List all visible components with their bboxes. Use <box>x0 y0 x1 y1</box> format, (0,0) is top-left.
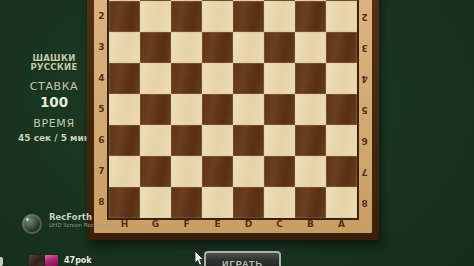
square-c2[interactable] <box>264 1 295 32</box>
square-a4[interactable] <box>326 63 357 94</box>
square-g6[interactable] <box>140 125 171 156</box>
square-f4[interactable] <box>171 63 202 94</box>
square-a2[interactable] <box>326 1 357 32</box>
square-b4[interactable] <box>295 63 326 94</box>
square-c3[interactable] <box>264 32 295 63</box>
username-label: 47pok <box>64 256 92 265</box>
square-b8[interactable] <box>295 187 326 218</box>
square-b3[interactable] <box>295 32 326 63</box>
rank-label-left-2: 2 <box>94 1 109 32</box>
square-h7[interactable] <box>109 156 140 187</box>
square-e8[interactable] <box>202 187 233 218</box>
recorder-lens-icon <box>22 214 42 234</box>
square-a6[interactable] <box>326 125 357 156</box>
square-b7[interactable] <box>295 156 326 187</box>
cutoff-ui-sliver <box>0 257 3 266</box>
rank-label-right-3: 3 <box>357 32 372 63</box>
mouse-cursor-icon <box>194 251 206 266</box>
rank-label-left-7: 7 <box>94 156 109 187</box>
file-label-bottom-f: F <box>171 218 202 231</box>
square-h6[interactable] <box>109 125 140 156</box>
square-d6[interactable] <box>233 125 264 156</box>
file-label-bottom-a: A <box>326 218 357 231</box>
square-d7[interactable] <box>233 156 264 187</box>
file-label-bottom-b: B <box>295 218 326 231</box>
square-b2[interactable] <box>295 1 326 32</box>
avatar-thumbnail-2[interactable] <box>45 255 58 266</box>
square-e7[interactable] <box>202 156 233 187</box>
file-label-bottom-g: G <box>140 218 171 231</box>
play-button[interactable]: ИГРАТЬ <box>204 251 281 266</box>
square-a3[interactable] <box>326 32 357 63</box>
square-e3[interactable] <box>202 32 233 63</box>
square-g2[interactable] <box>140 1 171 32</box>
rank-label-right-2: 2 <box>357 1 372 32</box>
square-a8[interactable] <box>326 187 357 218</box>
rank-label-right-7: 7 <box>357 156 372 187</box>
square-h3[interactable] <box>109 32 140 63</box>
square-d4[interactable] <box>233 63 264 94</box>
square-h4[interactable] <box>109 63 140 94</box>
rank-label-left-4: 4 <box>94 63 109 94</box>
square-f2[interactable] <box>171 1 202 32</box>
file-label-bottom-d: D <box>233 218 264 231</box>
square-h5[interactable] <box>109 94 140 125</box>
square-a5[interactable] <box>326 94 357 125</box>
square-f3[interactable] <box>171 32 202 63</box>
square-f8[interactable] <box>171 187 202 218</box>
square-c4[interactable] <box>264 63 295 94</box>
board-squares <box>109 0 357 218</box>
file-label-bottom-c: C <box>264 218 295 231</box>
rank-label-right-8: 8 <box>357 187 372 218</box>
square-c8[interactable] <box>264 187 295 218</box>
square-h2[interactable] <box>109 1 140 32</box>
square-f5[interactable] <box>171 94 202 125</box>
square-b5[interactable] <box>295 94 326 125</box>
square-b6[interactable] <box>295 125 326 156</box>
square-h8[interactable] <box>109 187 140 218</box>
square-e5[interactable] <box>202 94 233 125</box>
square-e2[interactable] <box>202 1 233 32</box>
file-label-bottom-e: E <box>202 218 233 231</box>
rank-label-left-5: 5 <box>94 94 109 125</box>
square-d2[interactable] <box>233 1 264 32</box>
square-c6[interactable] <box>264 125 295 156</box>
square-g7[interactable] <box>140 156 171 187</box>
square-a7[interactable] <box>326 156 357 187</box>
square-e6[interactable] <box>202 125 233 156</box>
recorder-watermark: RecForth UHD Screen Recorder <box>22 212 108 234</box>
square-e4[interactable] <box>202 63 233 94</box>
square-g4[interactable] <box>140 63 171 94</box>
board-coordinate-border: 1234567812345678HGFEDCBA <box>94 0 372 233</box>
rank-label-left-3: 3 <box>94 32 109 63</box>
square-d5[interactable] <box>233 94 264 125</box>
square-g8[interactable] <box>140 187 171 218</box>
checkers-board: 1234567812345678HGFEDCBA <box>87 0 379 240</box>
square-c7[interactable] <box>264 156 295 187</box>
square-g3[interactable] <box>140 32 171 63</box>
rank-label-right-4: 4 <box>357 63 372 94</box>
rank-label-right-5: 5 <box>357 94 372 125</box>
avatar-thumbnail-1[interactable] <box>29 255 43 266</box>
rank-label-right-6: 6 <box>357 125 372 156</box>
square-g5[interactable] <box>140 94 171 125</box>
square-d8[interactable] <box>233 187 264 218</box>
rank-label-left-6: 6 <box>94 125 109 156</box>
square-c5[interactable] <box>264 94 295 125</box>
square-f6[interactable] <box>171 125 202 156</box>
file-label-bottom-h: H <box>109 218 140 231</box>
square-f7[interactable] <box>171 156 202 187</box>
recorder-subtitle: UHD Screen Recorder <box>49 222 108 229</box>
square-d3[interactable] <box>233 32 264 63</box>
recorder-app-name: RecForth <box>49 212 108 222</box>
